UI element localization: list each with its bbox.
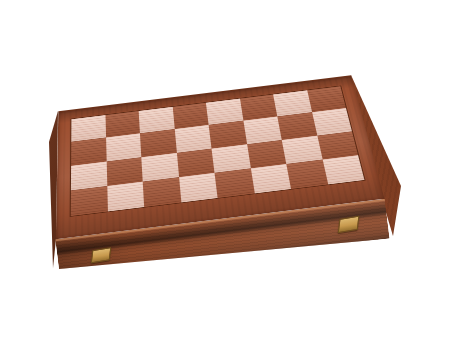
- square-r4c1: [71, 186, 108, 216]
- case-lid: [45, 32, 380, 273]
- chessboard-frame: [56, 75, 385, 239]
- square-r4c7: [286, 159, 327, 189]
- square-r4c2: [107, 181, 144, 211]
- square-r4c8: [322, 155, 364, 185]
- product-photo: [0, 0, 450, 338]
- square-r4c6: [250, 164, 291, 194]
- square-r4c5: [214, 168, 254, 198]
- square-r4c4: [179, 173, 218, 203]
- chessboard-grid: [70, 85, 366, 216]
- square-r4c3: [143, 177, 181, 207]
